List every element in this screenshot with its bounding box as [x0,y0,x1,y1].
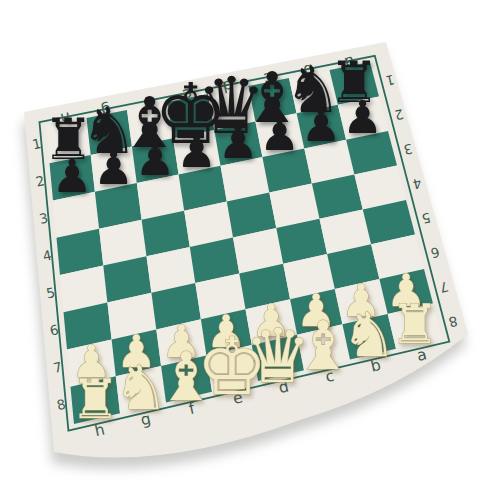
piece-black-pawn-d2: ♟ [218,116,259,169]
piece-black-pawn-a2: ♟ [342,91,383,144]
piece-black-pawn-c2: ♟ [259,108,300,161]
piece-black-pawn-g2: ♟ [93,142,134,195]
piece-white-knight-b8: ♞ [341,299,396,370]
piece-black-pawn-b2: ♟ [301,99,342,152]
piece-black-pawn-e2: ♟ [176,125,217,178]
piece-black-pawn-f2: ♟ [135,133,176,186]
piece-white-rook-a8: ♜ [390,293,439,356]
product-photo-stage: hh11gg22ff33ee44dd55cc66bb77aa88♜♞♝♚♛♝♞♜… [0,0,500,500]
chess-board-photo: hh11gg22ff33ee44dd55cc66bb77aa88♜♞♝♚♛♝♞♜… [0,0,500,500]
piece-white-rook-h8: ♜ [71,368,120,431]
piece-black-pawn-h2: ♟ [52,150,93,203]
